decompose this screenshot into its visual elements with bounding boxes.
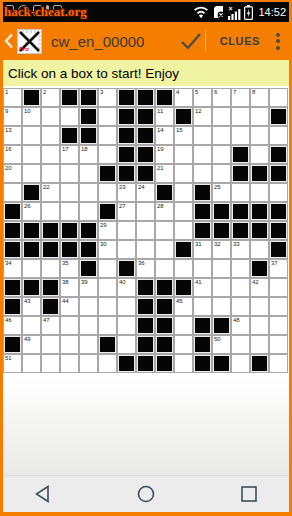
clues-button[interactable]: CLUES (208, 22, 272, 60)
black-cell (118, 165, 135, 182)
grid-cell[interactable] (99, 146, 116, 163)
grid-cell[interactable]: 42 (251, 279, 268, 296)
grid-cell[interactable]: 23 (118, 184, 135, 201)
black-cell (270, 203, 287, 220)
grid-cell[interactable] (99, 317, 116, 334)
black-cell (137, 298, 154, 315)
grid-cell[interactable] (194, 146, 211, 163)
grid-cell[interactable] (175, 203, 192, 220)
clue-number: 49 (24, 336, 31, 343)
nav-back-button[interactable] (31, 482, 55, 506)
black-cell (137, 336, 154, 353)
grid-cell[interactable] (270, 317, 287, 334)
grid-cell[interactable] (42, 203, 59, 220)
grid-cell[interactable] (251, 298, 268, 315)
black-cell (213, 317, 230, 334)
black-cell (251, 165, 268, 182)
grid-cell[interactable] (42, 260, 59, 277)
grid-cell[interactable] (175, 165, 192, 182)
grid-cell[interactable] (99, 298, 116, 315)
grid-cell[interactable]: 36 (137, 260, 154, 277)
black-cell (232, 165, 249, 182)
black-cell (270, 241, 287, 258)
black-cell (213, 222, 230, 239)
clock-time: 14:52 (258, 6, 286, 18)
hint-banner: Click on a box to start! Enjoy (3, 60, 289, 86)
grid-cell[interactable] (42, 146, 59, 163)
grid-cell[interactable] (213, 279, 230, 296)
clue-number: 16 (5, 146, 12, 153)
page-title: cw_en_00000 (51, 33, 144, 50)
black-cell (251, 203, 268, 220)
clue-number: 17 (62, 146, 69, 153)
grid-cell[interactable]: 12 (194, 108, 211, 125)
grid-cell[interactable] (213, 260, 230, 277)
grid-cell[interactable] (61, 336, 78, 353)
nav-recents-button[interactable] (237, 482, 261, 506)
grid-cell[interactable] (99, 108, 116, 125)
clue-number: 22 (43, 184, 50, 191)
black-cell (175, 241, 192, 258)
grid-cell[interactable]: 13 (4, 127, 21, 144)
grid-cell[interactable]: 31 (194, 241, 211, 258)
grid-cell[interactable]: 18 (80, 146, 97, 163)
grid-cell[interactable] (23, 127, 40, 144)
black-cell (270, 146, 287, 163)
grid-cell[interactable] (118, 298, 135, 315)
grid-cell[interactable] (156, 260, 173, 277)
black-cell (99, 203, 116, 220)
grid-cell[interactable]: 5 (194, 89, 211, 106)
black-cell (118, 260, 135, 277)
grid-cell[interactable]: 51 (4, 355, 21, 372)
black-cell (4, 298, 21, 315)
grid-cell[interactable]: 9 (4, 108, 21, 125)
clue-number: 14 (157, 127, 164, 134)
grid-cell[interactable] (42, 165, 59, 182)
black-cell (4, 203, 21, 220)
black-cell (194, 222, 211, 239)
phone-screen: hack-cheat.org × (0, 0, 292, 516)
grid-cell[interactable] (270, 184, 287, 201)
title-bar: Pro cw_en_00000 CLUES (3, 22, 289, 60)
grid-cell[interactable] (270, 355, 287, 372)
black-cell (213, 203, 230, 220)
grid-cell[interactable]: 28 (156, 203, 173, 220)
clue-number: 1 (5, 89, 8, 96)
watermark: hack-cheat.org (4, 4, 87, 20)
black-cell (137, 279, 154, 296)
clue-number: 41 (195, 279, 202, 286)
black-cell (194, 203, 211, 220)
grid-cell[interactable]: 7 (232, 89, 249, 106)
grid-cell[interactable] (232, 260, 249, 277)
black-cell (80, 89, 97, 106)
grid-cell[interactable] (61, 317, 78, 334)
grid-cell[interactable] (213, 127, 230, 144)
grid-cell[interactable] (156, 241, 173, 258)
clue-number: 36 (138, 260, 145, 267)
grid-cell[interactable]: 3 (99, 89, 116, 106)
grid-cell[interactable]: 22 (42, 184, 59, 201)
clue-number: 32 (214, 241, 221, 248)
grid-cell[interactable] (270, 298, 287, 315)
grid-cell[interactable] (175, 146, 192, 163)
clue-number: 45 (176, 298, 183, 305)
black-cell (118, 108, 135, 125)
black-cell (251, 260, 268, 277)
grid-cell[interactable] (175, 260, 192, 277)
grid-cell[interactable]: 45 (175, 298, 192, 315)
grid-cell[interactable] (42, 355, 59, 372)
grid-cell[interactable] (61, 203, 78, 220)
grid-cell[interactable] (23, 146, 40, 163)
black-cell (251, 355, 268, 372)
clue-number: 9 (5, 108, 8, 115)
grid-cell[interactable] (61, 165, 78, 182)
black-cell (61, 127, 78, 144)
black-cell (194, 184, 211, 201)
clue-number: 34 (5, 260, 12, 267)
grid-cell[interactable]: 47 (42, 317, 59, 334)
black-cell (156, 89, 173, 106)
grid-cell[interactable] (42, 336, 59, 353)
black-cell (137, 317, 154, 334)
grid-cell[interactable] (137, 222, 154, 239)
clue-number: 19 (157, 146, 164, 153)
grid-cell[interactable]: 43 (23, 298, 40, 315)
grid-cell[interactable] (80, 355, 97, 372)
grid-cell[interactable] (251, 184, 268, 201)
black-cell (42, 298, 59, 315)
grid-cell[interactable] (118, 317, 135, 334)
clue-number: 35 (62, 260, 69, 267)
grid-cell[interactable] (4, 184, 21, 201)
black-cell (118, 89, 135, 106)
grid-cell[interactable] (194, 165, 211, 182)
grid-cell[interactable] (80, 184, 97, 201)
clue-number: 37 (271, 260, 278, 267)
grid-cell[interactable] (137, 241, 154, 258)
black-cell (23, 222, 40, 239)
black-cell (270, 222, 287, 239)
toolbar-separator (205, 30, 206, 52)
grid-cell[interactable] (175, 317, 192, 334)
black-cell (175, 279, 192, 296)
grid-cell[interactable] (42, 108, 59, 125)
grid-cell[interactable] (213, 165, 230, 182)
grid-cell[interactable]: 39 (80, 279, 97, 296)
grid-cell[interactable] (213, 108, 230, 125)
clue-number: 4 (176, 89, 179, 96)
black-cell (42, 279, 59, 296)
nav-home-button[interactable] (134, 482, 158, 506)
clue-number: 15 (176, 127, 183, 134)
clue-number: 7 (233, 89, 236, 96)
clue-number: 43 (24, 298, 31, 305)
grid-cell[interactable] (118, 336, 135, 353)
puzzle-area: 1234567891011121314151617181920212223242… (3, 86, 289, 475)
grid-cell[interactable] (80, 165, 97, 182)
black-cell (137, 165, 154, 182)
clue-number: 42 (252, 279, 259, 286)
black-cell (156, 298, 173, 315)
clue-number: 11 (157, 108, 163, 115)
grid-cell[interactable]: 41 (194, 279, 211, 296)
clue-number: 39 (81, 279, 88, 286)
grid-cell[interactable] (232, 355, 249, 372)
black-cell (23, 89, 40, 106)
grid-cell[interactable] (23, 317, 40, 334)
grid-cell[interactable] (61, 184, 78, 201)
clue-number: 38 (62, 279, 69, 286)
clue-number: 47 (43, 317, 50, 324)
grid-cell[interactable] (137, 203, 154, 220)
black-cell (194, 317, 211, 334)
grid-cell[interactable] (99, 279, 116, 296)
grid-cell[interactable]: 4 (175, 89, 192, 106)
grid-cell[interactable] (156, 222, 173, 239)
clue-number: 46 (5, 317, 12, 324)
grid-cell[interactable]: 10 (23, 108, 40, 125)
grid-cell[interactable]: 25 (213, 184, 230, 201)
grid-cell[interactable] (80, 298, 97, 315)
black-cell (61, 241, 78, 258)
clue-number: 3 (100, 89, 103, 96)
grid-cell[interactable]: 8 (251, 89, 268, 106)
grid-cell[interactable] (232, 279, 249, 296)
black-cell (251, 222, 268, 239)
grid-cell[interactable]: 46 (4, 317, 21, 334)
grid-cell[interactable] (232, 127, 249, 144)
black-cell (232, 222, 249, 239)
black-cell (4, 241, 21, 258)
grid-cell[interactable]: 34 (4, 260, 21, 277)
clue-number: 12 (195, 108, 202, 115)
black-cell (23, 241, 40, 258)
grid-cell[interactable] (99, 184, 116, 201)
black-cell (80, 241, 97, 258)
grid-cell[interactable] (99, 355, 116, 372)
grid-cell[interactable] (118, 241, 135, 258)
no-sim-icon (212, 5, 225, 19)
black-cell (4, 336, 21, 353)
grid-cell[interactable]: 15 (175, 127, 192, 144)
grid-cell[interactable]: 27 (118, 203, 135, 220)
grid-cell[interactable] (251, 127, 268, 144)
app-icon: Pro (17, 29, 42, 54)
grid-cell[interactable] (213, 146, 230, 163)
grid-cell[interactable] (80, 203, 97, 220)
grid-cell[interactable] (232, 108, 249, 125)
grid-cell[interactable] (213, 298, 230, 315)
clue-number: 44 (62, 298, 69, 305)
back-chevron-icon[interactable] (4, 33, 14, 49)
black-cell (232, 146, 249, 163)
grid-cell[interactable] (251, 241, 268, 258)
grid-cell[interactable]: 48 (232, 317, 249, 334)
grid-cell[interactable]: 26 (23, 203, 40, 220)
black-cell (137, 108, 154, 125)
black-cell (232, 203, 249, 220)
clue-number: 29 (100, 222, 107, 229)
grid-cell[interactable]: 35 (61, 260, 78, 277)
grid-cell[interactable]: 38 (61, 279, 78, 296)
check-icon[interactable] (179, 31, 203, 51)
black-cell (42, 222, 59, 239)
black-cell (270, 108, 287, 125)
clue-number: 26 (24, 203, 31, 210)
grid-cell[interactable] (61, 355, 78, 372)
clue-number: 30 (100, 241, 107, 248)
black-cell (137, 127, 154, 144)
status-bar: hack-cheat.org × (3, 2, 289, 22)
wifi-icon (193, 5, 209, 19)
grid-cell[interactable] (251, 336, 268, 353)
grid-cell[interactable] (251, 317, 268, 334)
black-cell (61, 89, 78, 106)
clue-number: 31 (195, 241, 202, 248)
clue-number: 33 (233, 241, 240, 248)
black-cell (118, 127, 135, 144)
black-cell (156, 336, 173, 353)
black-cell (137, 146, 154, 163)
clue-number: 18 (81, 146, 88, 153)
clue-number: 27 (119, 203, 126, 210)
grid-cell[interactable]: 50 (213, 336, 230, 353)
grid-cell[interactable] (23, 355, 40, 372)
clue-number: 50 (214, 336, 221, 343)
black-cell (80, 127, 97, 144)
grid-cell[interactable] (194, 260, 211, 277)
clue-number: 21 (157, 165, 164, 172)
grid-cell[interactable] (194, 127, 211, 144)
clue-number: 6 (214, 89, 217, 96)
black-cell (4, 222, 21, 239)
grid-cell[interactable] (251, 146, 268, 163)
grid-cell[interactable] (99, 127, 116, 144)
grid-cell[interactable] (118, 222, 135, 239)
black-cell (23, 279, 40, 296)
grid-cell[interactable] (80, 336, 97, 353)
grid-cell[interactable]: 49 (23, 336, 40, 353)
black-cell (80, 108, 97, 125)
grid-cell[interactable]: 1 (4, 89, 21, 106)
grid-cell[interactable] (251, 108, 268, 125)
grid-cell[interactable]: 21 (156, 165, 173, 182)
grid-cell[interactable] (175, 184, 192, 201)
black-cell (80, 260, 97, 277)
grid-cell[interactable]: 14 (156, 127, 173, 144)
black-cell (118, 146, 135, 163)
black-cell (118, 355, 135, 372)
grid-cell[interactable]: 32 (213, 241, 230, 258)
grid-cell[interactable]: 6 (213, 89, 230, 106)
clue-number: 20 (5, 165, 12, 172)
grid-cell[interactable] (232, 298, 249, 315)
clue-number: 25 (214, 184, 221, 191)
grid-cell[interactable] (270, 279, 287, 296)
grid-cell[interactable]: 33 (232, 241, 249, 258)
grid-cell[interactable]: 29 (99, 222, 116, 239)
signal-strength-x-icon: × (228, 6, 241, 19)
clue-number: 2 (43, 89, 46, 96)
black-cell (213, 355, 230, 372)
black-cell (42, 241, 59, 258)
grid-cell[interactable] (23, 260, 40, 277)
black-cell (156, 317, 173, 334)
grid-cell[interactable]: 40 (118, 279, 135, 296)
grid-cell[interactable]: 11 (156, 108, 173, 125)
grid-cell[interactable] (232, 336, 249, 353)
black-cell (194, 355, 211, 372)
black-cell (156, 279, 173, 296)
grid-cell[interactable] (99, 260, 116, 277)
grid-cell[interactable] (80, 317, 97, 334)
grid-cell[interactable]: 44 (61, 298, 78, 315)
black-cell (156, 184, 173, 201)
grid-cell[interactable] (175, 355, 192, 372)
clue-number: 28 (157, 203, 164, 210)
grid-cell[interactable]: 37 (270, 260, 287, 277)
grid-cell[interactable]: 30 (99, 241, 116, 258)
battery-charging-icon (244, 5, 253, 20)
clue-number: 13 (5, 127, 12, 134)
black-cell (194, 336, 211, 353)
black-cell (270, 165, 287, 182)
black-cell (137, 355, 154, 372)
grid-cell[interactable] (61, 108, 78, 125)
clue-number: 48 (233, 317, 240, 324)
grid-cell[interactable] (175, 222, 192, 239)
grid-cell[interactable] (194, 298, 211, 315)
grid-cell[interactable]: 19 (156, 146, 173, 163)
clue-number: 5 (195, 89, 198, 96)
black-cell (156, 355, 173, 372)
grid-cell[interactable]: 17 (61, 146, 78, 163)
hint-banner-text: Click on a box to start! Enjoy (8, 66, 179, 81)
black-cell (4, 279, 21, 296)
grid-cell[interactable]: 24 (137, 184, 154, 201)
black-cell (80, 222, 97, 239)
grid-cell[interactable] (270, 336, 287, 353)
clue-number: 10 (24, 108, 31, 115)
grid-cell[interactable]: 16 (4, 146, 21, 163)
crossword-grid: 1234567891011121314151617181920212223242… (3, 88, 288, 373)
black-cell (61, 222, 78, 239)
overflow-menu-icon[interactable] (272, 33, 289, 50)
clue-number: 40 (119, 279, 126, 286)
clue-number: 51 (5, 355, 12, 362)
grid-cell[interactable] (23, 165, 40, 182)
black-cell (175, 108, 192, 125)
grid-cell[interactable] (270, 89, 287, 106)
grid-cell[interactable]: 20 (4, 165, 21, 182)
android-nav-bar (3, 475, 289, 512)
clue-number: 8 (252, 89, 255, 96)
grid-cell[interactable] (175, 336, 192, 353)
black-cell (99, 165, 116, 182)
grid-cell[interactable] (270, 127, 287, 144)
clue-number: 24 (138, 184, 145, 191)
grid-cell[interactable] (42, 127, 59, 144)
clue-number: 23 (119, 184, 126, 191)
grid-cell[interactable]: 2 (42, 89, 59, 106)
black-cell (23, 184, 40, 201)
grid-cell[interactable] (232, 184, 249, 201)
black-cell (137, 89, 154, 106)
black-cell (99, 336, 116, 353)
